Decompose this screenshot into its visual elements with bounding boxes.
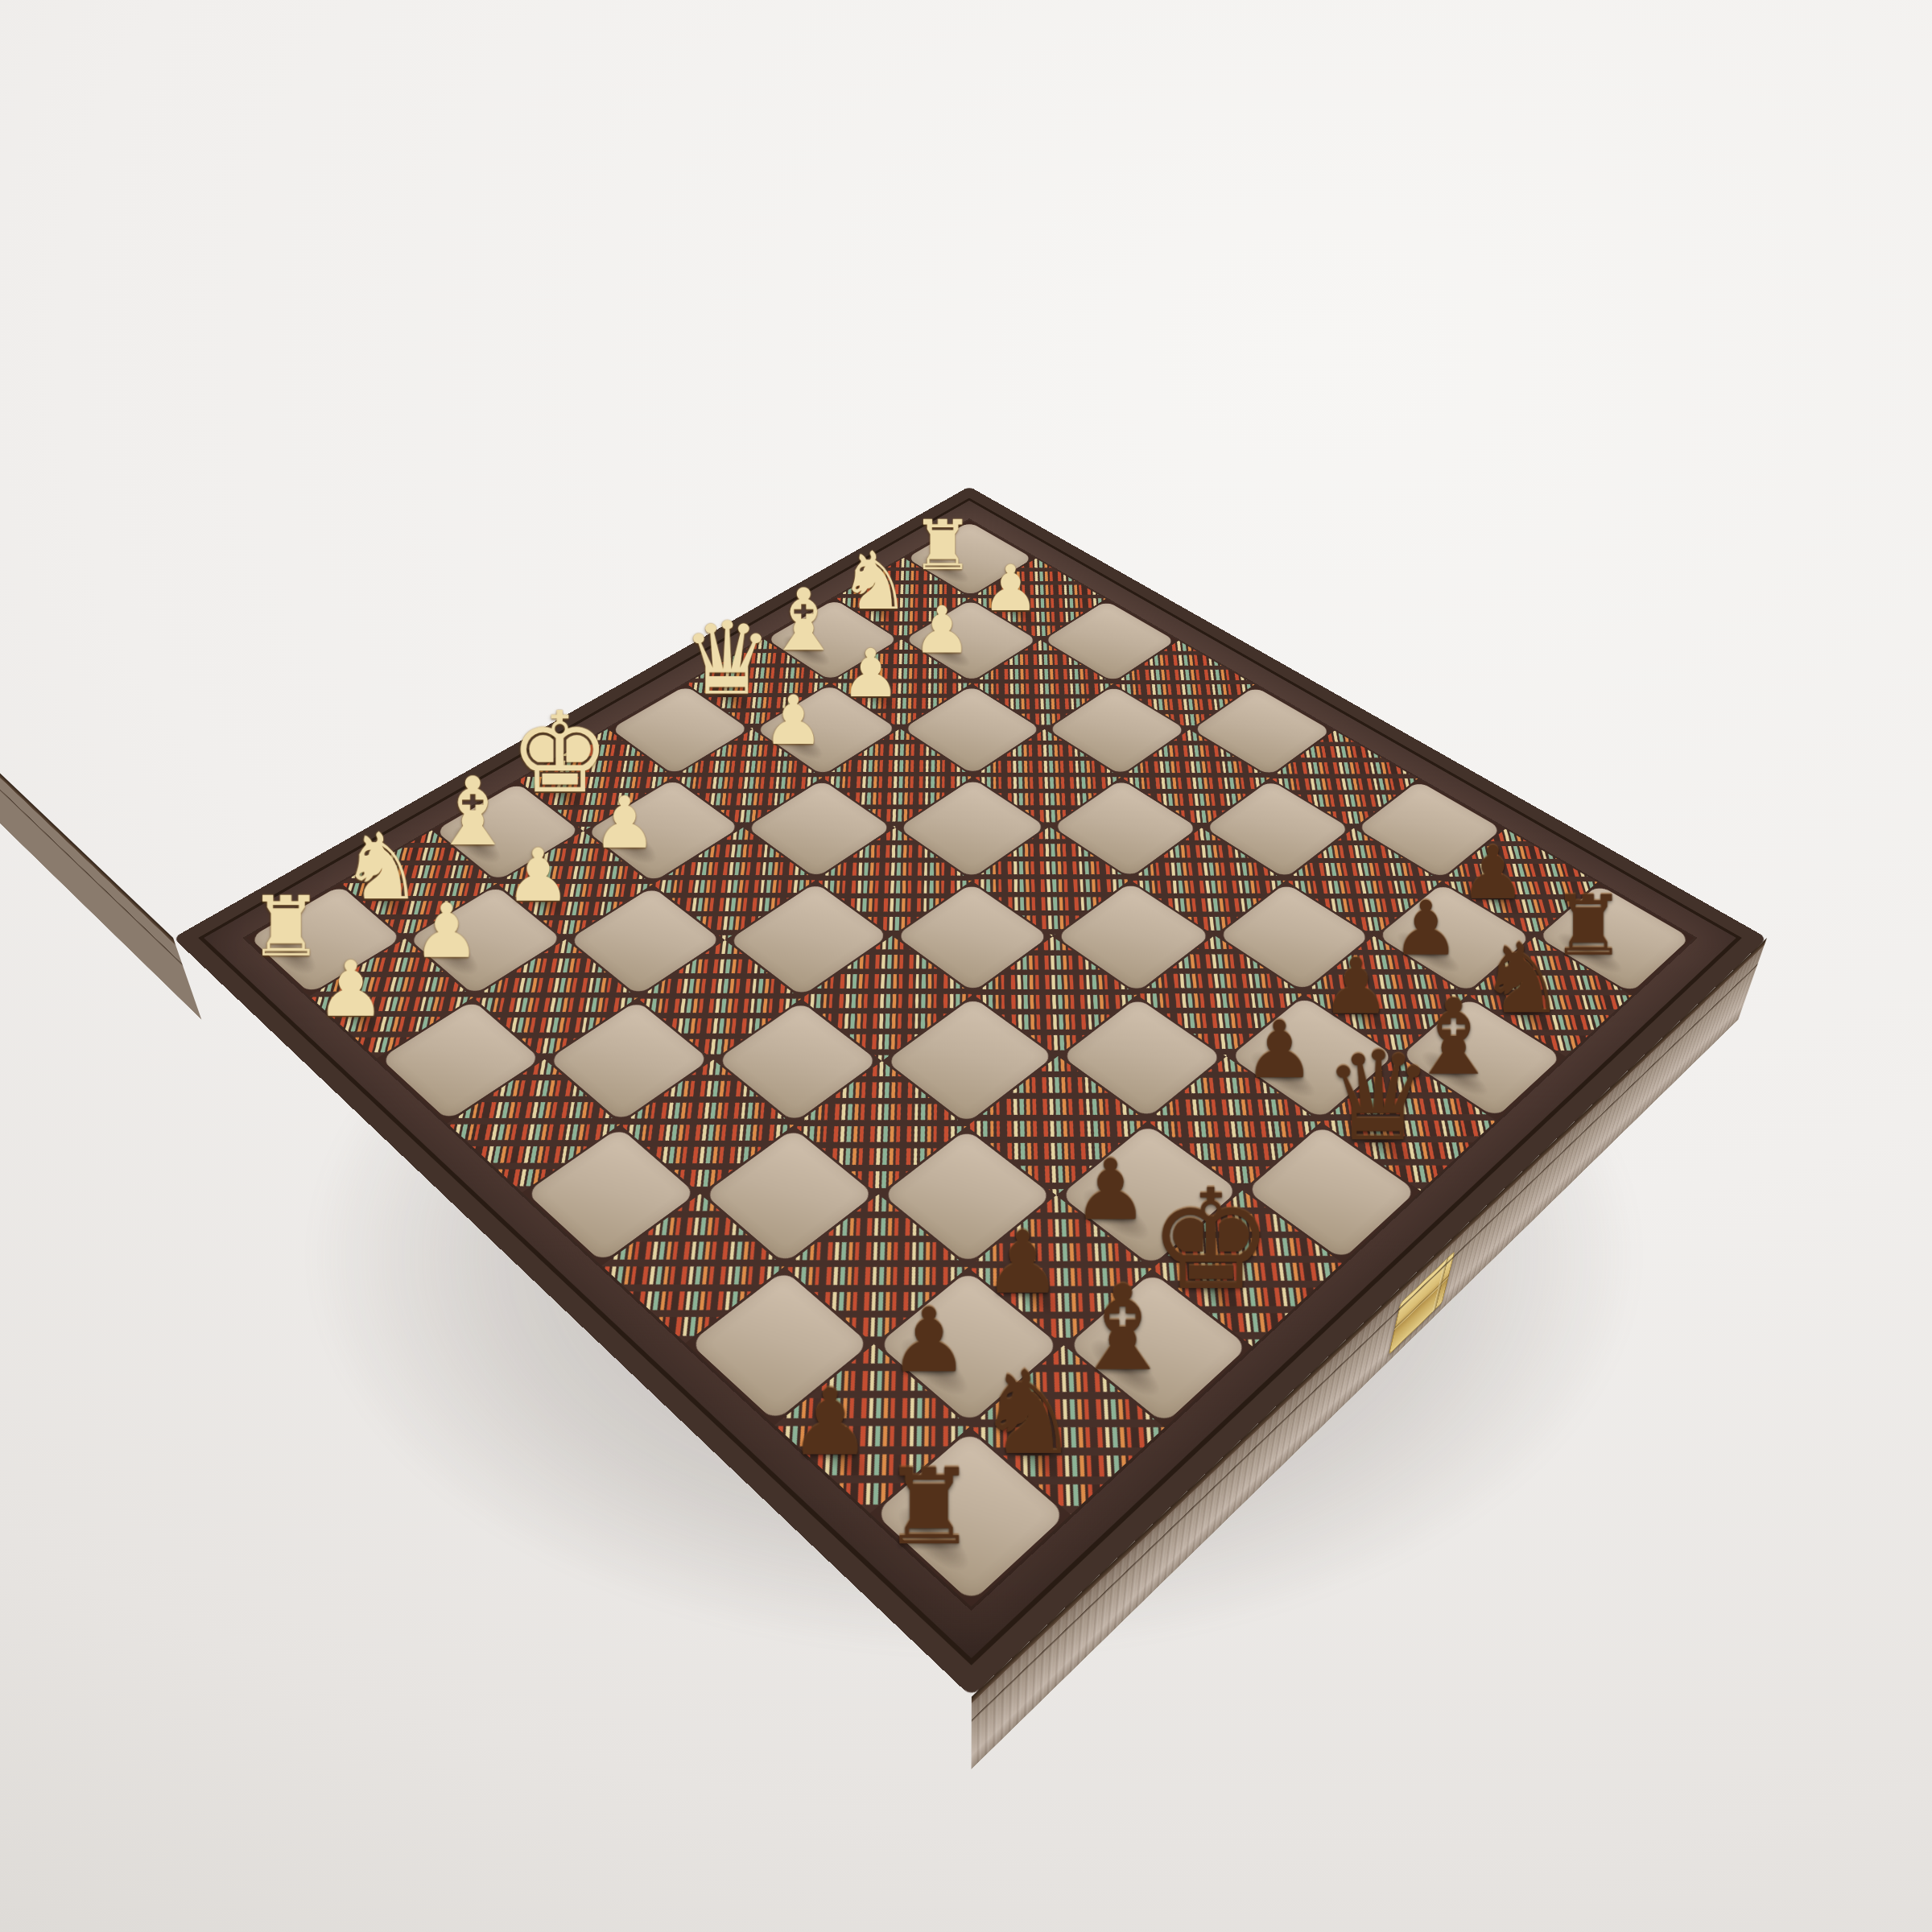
dark-knight-g8: ♞ bbox=[977, 1356, 1080, 1471]
photo-scene: ♜♟♟♜♞♟♟♞♝♟♟♝♛♟♟♛♚♟♟♚♝♟♟♝♞♟♟♞♜♟♟♜ bbox=[0, 0, 1932, 1932]
dark-pawn-e7: ♟ bbox=[1073, 1149, 1148, 1232]
clasp-plate-edge bbox=[1432, 1257, 1449, 1312]
dark-pawn-a7: ♟ bbox=[1459, 837, 1525, 910]
dark-queen-d8: ♛ bbox=[1323, 1035, 1433, 1158]
dark-pawn-d7: ♟ bbox=[1244, 1011, 1315, 1090]
dark-pawn-b7: ♟ bbox=[1392, 892, 1459, 967]
dark-pawn-g7: ♟ bbox=[890, 1297, 969, 1385]
dark-bishop-f8: ♝ bbox=[1069, 1269, 1174, 1387]
dark-rook-h8: ♜ bbox=[881, 1455, 976, 1559]
white-knight-g1: ♞ bbox=[341, 820, 423, 912]
white-knight-b1: ♞ bbox=[839, 541, 910, 621]
white-bishop-c1: ♝ bbox=[765, 577, 842, 663]
white-pawn-a2: ♟ bbox=[982, 557, 1039, 621]
white-pawn-f2: ♟ bbox=[506, 840, 571, 913]
white-pawn-d2: ♟ bbox=[762, 687, 824, 754]
white-pawn-c2: ♟ bbox=[840, 641, 900, 707]
cell-r5-c5 bbox=[882, 994, 1059, 1126]
dark-pawn-f7: ♟ bbox=[984, 1220, 1061, 1307]
white-pawn-h2: ♟ bbox=[316, 952, 386, 1028]
white-pawn-b2: ♟ bbox=[913, 598, 971, 663]
dark-pawn-h7: ♟ bbox=[789, 1377, 871, 1469]
white-rook-h1: ♜ bbox=[249, 885, 323, 968]
white-queen-d1: ♛ bbox=[682, 609, 772, 709]
dark-pawn-c7: ♟ bbox=[1321, 949, 1390, 1026]
white-bishop-f1: ♝ bbox=[431, 765, 515, 859]
white-pawn-e2: ♟ bbox=[592, 787, 656, 859]
white-pawn-g2: ♟ bbox=[413, 894, 480, 968]
white-rook-a1: ♜ bbox=[911, 511, 973, 580]
